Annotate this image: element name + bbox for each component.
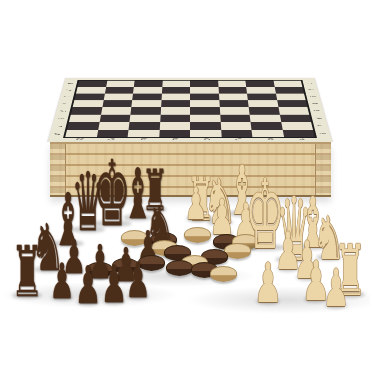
coordinate-label: 6 (46, 117, 77, 120)
board-square (161, 94, 190, 101)
board-square (102, 100, 132, 107)
board-square (248, 100, 278, 107)
board-square (190, 94, 219, 101)
board-square (132, 94, 161, 101)
board-square (251, 130, 283, 138)
chess-piece-dark-pawn: ♟ (74, 259, 101, 311)
board-square (219, 94, 248, 101)
board-square (190, 107, 220, 114)
board-square (159, 122, 190, 130)
coordinate-label: 2 (296, 88, 326, 91)
chess-board-perspective-wrapper: HGFEDCBA 12345678 12345678 (48, 0, 332, 142)
coordinate-label: 5 (48, 109, 79, 112)
coordinate-label: 5 (301, 109, 332, 112)
chess-piece-dark-pawn: ♟ (125, 256, 150, 305)
chess-piece-dark-rook: ♜ (11, 237, 44, 307)
board-square (96, 130, 128, 138)
board-square (98, 122, 130, 130)
coordinate-label: 7 (305, 124, 337, 127)
coordinate-label: 6 (303, 117, 334, 120)
board-square (250, 114, 281, 121)
board-grid (63, 80, 317, 138)
board-square (160, 114, 190, 121)
coordinate-label: 3 (298, 95, 328, 98)
board-square (161, 100, 190, 107)
board-square (190, 122, 221, 130)
chess-piece-light-pawn: ♟ (254, 256, 283, 311)
checker-disc-light (210, 266, 237, 282)
board-square (190, 100, 219, 107)
board-square (247, 94, 277, 101)
chess-piece-light-pawn: ♟ (322, 262, 349, 314)
coordinate-label: 2 (54, 88, 84, 91)
board-square (103, 94, 133, 101)
board-square (99, 114, 130, 121)
chess-piece-dark-pawn: ♟ (49, 257, 74, 306)
coordinate-label: 7 (43, 124, 75, 127)
board-square (190, 114, 220, 121)
board-square (251, 122, 283, 130)
board-square (131, 100, 161, 107)
board-square (220, 122, 251, 130)
coordinate-label: 1 (295, 82, 324, 85)
board-square (128, 130, 160, 138)
chess-set-product-photo: HGFEDCBA 12345678 12345678 ♜♞♝♛♚♝♜♞♟♟♟♟♟… (0, 0, 370, 370)
checker-disc-light (184, 227, 211, 243)
board-square (219, 100, 249, 107)
board-square (129, 114, 160, 121)
board-square (159, 130, 190, 138)
chess-board: HGFEDCBA 12345678 12345678 (48, 78, 332, 142)
board-square (190, 130, 221, 138)
board-square (220, 114, 251, 121)
board-square (249, 107, 280, 114)
coordinate-label: 3 (52, 95, 82, 98)
chess-piece-dark-pawn: ♟ (100, 258, 127, 310)
board-square (130, 107, 160, 114)
coordinate-label: 4 (50, 102, 80, 105)
checker-disc-light (224, 243, 251, 259)
coordinate-label: 8 (41, 132, 73, 136)
board-square (221, 130, 253, 138)
coordinate-label: 8 (307, 132, 339, 136)
coordinate-label: 1 (56, 82, 85, 85)
board-square (219, 107, 249, 114)
board-square (101, 107, 132, 114)
coordinate-label: 4 (300, 102, 330, 105)
checker-disc-dark (166, 260, 193, 276)
board-square (129, 122, 160, 130)
board-square (160, 107, 190, 114)
